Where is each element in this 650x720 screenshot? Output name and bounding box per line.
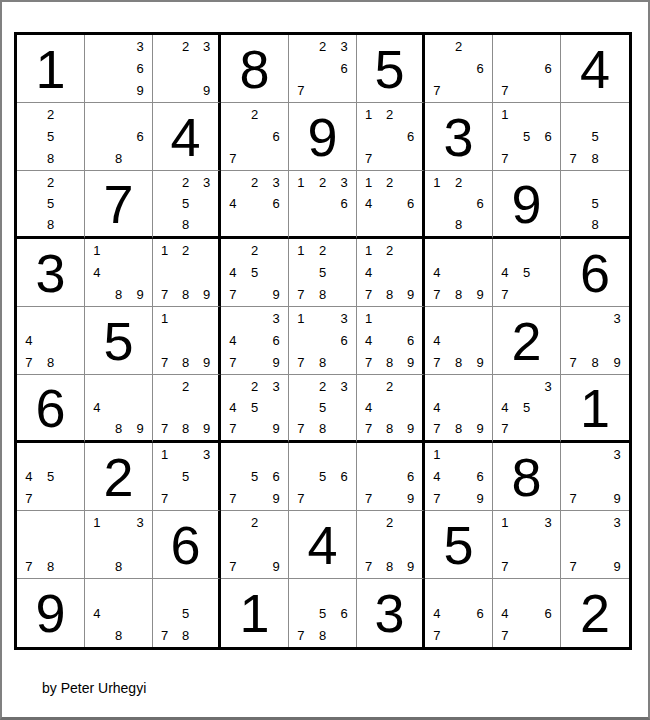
candidate-5: 5 xyxy=(516,397,538,418)
cell-r2c8[interactable]: 1567 xyxy=(493,103,561,171)
empty-mark xyxy=(175,58,196,80)
empty-mark xyxy=(562,512,584,534)
candidate-1: 1 xyxy=(154,444,175,466)
solved-digit: 4 xyxy=(580,42,610,96)
empty-mark xyxy=(244,555,266,577)
empty-mark xyxy=(290,580,312,602)
empty-mark xyxy=(312,79,334,101)
empty-mark xyxy=(108,580,130,602)
empty-mark xyxy=(494,240,516,262)
pencil-marks: 4789 xyxy=(426,376,491,439)
candidate-7: 7 xyxy=(358,351,379,373)
candidate-7: 7 xyxy=(18,351,40,373)
candidate-8: 8 xyxy=(584,147,606,169)
cell-r3c1[interactable]: 258 xyxy=(17,171,85,239)
pencil-marks: 2346 xyxy=(222,172,287,235)
cell-r6c4[interactable]: 234579 xyxy=(221,375,289,443)
cell-r6c8[interactable]: 3457 xyxy=(493,375,561,443)
candidate-6: 6 xyxy=(400,466,421,488)
empty-mark xyxy=(290,330,312,352)
empty-mark xyxy=(400,308,421,330)
empty-mark xyxy=(584,555,606,577)
pencil-marks: 457 xyxy=(494,240,559,305)
candidate-9: 9 xyxy=(400,351,421,373)
candidate-2: 2 xyxy=(244,172,266,193)
pencil-marks: 1236 xyxy=(290,172,355,235)
empty-mark xyxy=(379,534,400,556)
empty-mark xyxy=(562,193,584,214)
empty-mark xyxy=(469,444,491,466)
empty-mark xyxy=(244,308,266,330)
cell-r9c1[interactable]: 9 xyxy=(17,579,85,647)
pencil-marks: 369 xyxy=(86,36,151,101)
empty-mark xyxy=(108,126,130,148)
empty-mark xyxy=(18,172,40,193)
candidate-5: 5 xyxy=(516,126,538,148)
cell-r1c4[interactable]: 8 xyxy=(221,35,289,103)
candidate-3: 3 xyxy=(196,444,217,466)
cell-r4c7[interactable]: 4789 xyxy=(425,239,493,307)
cell-r6c7[interactable]: 4789 xyxy=(425,375,493,443)
empty-mark xyxy=(61,444,83,466)
empty-mark xyxy=(196,602,217,624)
empty-mark xyxy=(562,444,584,466)
empty-mark xyxy=(537,79,559,101)
candidate-8: 8 xyxy=(175,624,196,646)
empty-mark xyxy=(61,147,83,169)
empty-mark xyxy=(196,262,217,284)
candidate-3: 3 xyxy=(333,172,355,193)
empty-mark xyxy=(312,193,334,214)
empty-mark xyxy=(400,214,421,235)
empty-mark xyxy=(516,418,538,439)
empty-mark xyxy=(290,602,312,624)
candidate-7: 7 xyxy=(358,555,379,577)
empty-mark xyxy=(379,262,400,284)
solved-digit: 5 xyxy=(374,42,404,96)
empty-mark xyxy=(18,512,40,534)
cell-r2c9[interactable]: 578 xyxy=(561,103,629,171)
candidate-8: 8 xyxy=(584,214,606,235)
candidate-4: 4 xyxy=(494,397,516,418)
cell-r5c2[interactable]: 5 xyxy=(85,307,153,375)
candidate-9: 9 xyxy=(606,487,628,509)
cell-r1c7[interactable]: 267 xyxy=(425,35,493,103)
candidate-5: 5 xyxy=(244,397,266,418)
pencil-marks: 234579 xyxy=(222,376,287,439)
empty-mark xyxy=(61,330,83,352)
cell-r1c5[interactable]: 2367 xyxy=(289,35,357,103)
cell-r5c6[interactable]: 146789 xyxy=(357,307,425,375)
cell-r8c7[interactable]: 5 xyxy=(425,511,493,579)
cell-r9c3[interactable]: 578 xyxy=(153,579,221,647)
empty-mark xyxy=(108,376,130,397)
solved-digit: 1 xyxy=(239,586,269,640)
cell-r4c5[interactable]: 12578 xyxy=(289,239,357,307)
empty-mark xyxy=(379,466,400,488)
empty-mark xyxy=(265,240,287,262)
cell-r6c9[interactable]: 1 xyxy=(561,375,629,443)
empty-mark xyxy=(108,36,130,58)
cell-r4c9[interactable]: 6 xyxy=(561,239,629,307)
empty-mark xyxy=(290,58,312,80)
cell-r6c1[interactable]: 6 xyxy=(17,375,85,443)
empty-mark xyxy=(244,283,266,305)
candidate-7: 7 xyxy=(290,418,312,439)
candidate-2: 2 xyxy=(40,172,62,193)
cell-r1c2[interactable]: 369 xyxy=(85,35,153,103)
candidate-7: 7 xyxy=(290,624,312,646)
candidate-5: 5 xyxy=(584,126,606,148)
candidate-8: 8 xyxy=(584,351,606,373)
candidate-4: 4 xyxy=(494,262,516,284)
empty-mark xyxy=(175,330,196,352)
cell-r8c4[interactable]: 279 xyxy=(221,511,289,579)
cell-r5c1[interactable]: 478 xyxy=(17,307,85,375)
empty-mark xyxy=(469,262,491,284)
empty-mark xyxy=(86,555,108,577)
candidate-7: 7 xyxy=(290,487,312,509)
candidate-6: 6 xyxy=(469,193,491,214)
empty-mark xyxy=(222,376,244,397)
cell-r3c5[interactable]: 1236 xyxy=(289,171,357,239)
cell-r4c8[interactable]: 457 xyxy=(493,239,561,307)
empty-mark xyxy=(129,147,151,169)
empty-mark xyxy=(61,214,83,235)
empty-mark xyxy=(108,262,130,284)
cell-r9c6[interactable]: 3 xyxy=(357,579,425,647)
candidate-4: 4 xyxy=(426,330,448,352)
candidate-3: 3 xyxy=(537,512,559,534)
empty-mark xyxy=(61,193,83,214)
cell-r6c5[interactable]: 23578 xyxy=(289,375,357,443)
cell-r3c6[interactable]: 1246 xyxy=(357,171,425,239)
empty-mark xyxy=(265,147,287,169)
candidate-9: 9 xyxy=(196,418,217,439)
cell-r3c4[interactable]: 2346 xyxy=(221,171,289,239)
empty-mark xyxy=(606,466,628,488)
candidate-7: 7 xyxy=(426,351,448,373)
candidate-9: 9 xyxy=(196,351,217,373)
empty-mark xyxy=(400,104,421,126)
empty-mark xyxy=(562,104,584,126)
empty-mark xyxy=(562,126,584,148)
candidate-7: 7 xyxy=(222,555,244,577)
empty-mark xyxy=(333,580,355,602)
cell-r7c2[interactable]: 2 xyxy=(85,443,153,511)
candidate-6: 6 xyxy=(537,126,559,148)
cell-r9c8[interactable]: 467 xyxy=(493,579,561,647)
empty-mark xyxy=(448,580,470,602)
candidate-6: 6 xyxy=(333,330,355,352)
cell-r4c1[interactable]: 3 xyxy=(17,239,85,307)
candidate-3: 3 xyxy=(196,172,217,193)
empty-mark xyxy=(154,58,175,80)
cell-r4c6[interactable]: 124789 xyxy=(357,239,425,307)
pencil-marks: 457 xyxy=(18,444,83,509)
empty-mark xyxy=(154,580,175,602)
empty-mark xyxy=(265,444,287,466)
cell-r6c2[interactable]: 489 xyxy=(85,375,153,443)
candidate-8: 8 xyxy=(312,418,334,439)
pencil-marks: 379 xyxy=(562,512,628,577)
cell-r4c3[interactable]: 12789 xyxy=(153,239,221,307)
candidate-5: 5 xyxy=(516,262,538,284)
cell-r3c9[interactable]: 58 xyxy=(561,171,629,239)
candidate-1: 1 xyxy=(290,308,312,330)
candidate-6: 6 xyxy=(333,193,355,214)
candidate-6: 6 xyxy=(265,126,287,148)
empty-mark xyxy=(312,487,334,509)
empty-mark xyxy=(108,602,130,624)
empty-mark xyxy=(400,172,421,193)
empty-mark xyxy=(18,147,40,169)
cell-r9c4[interactable]: 1 xyxy=(221,579,289,647)
empty-mark xyxy=(448,376,470,397)
candidate-6: 6 xyxy=(333,466,355,488)
cell-r3c8[interactable]: 9 xyxy=(493,171,561,239)
empty-mark xyxy=(358,534,379,556)
pencil-marks: 239 xyxy=(154,36,217,101)
candidate-5: 5 xyxy=(312,466,334,488)
empty-mark xyxy=(469,580,491,602)
cell-r1c3[interactable]: 239 xyxy=(153,35,221,103)
cell-r2c3[interactable]: 4 xyxy=(153,103,221,171)
candidate-9: 9 xyxy=(606,555,628,577)
candidate-4: 4 xyxy=(358,193,379,214)
empty-mark xyxy=(516,283,538,305)
cell-r5c7[interactable]: 4789 xyxy=(425,307,493,375)
empty-mark xyxy=(129,397,151,418)
candidate-2: 2 xyxy=(312,240,334,262)
cell-r4c4[interactable]: 24579 xyxy=(221,239,289,307)
empty-mark xyxy=(108,58,130,80)
cell-r9c9[interactable]: 2 xyxy=(561,579,629,647)
empty-mark xyxy=(448,79,470,101)
cell-r2c5[interactable]: 9 xyxy=(289,103,357,171)
candidate-7: 7 xyxy=(426,283,448,305)
candidate-6: 6 xyxy=(265,466,287,488)
pencil-marks: 467 xyxy=(426,580,491,646)
pencil-marks: 48 xyxy=(86,580,151,646)
empty-mark xyxy=(426,214,448,235)
cell-r5c8[interactable]: 2 xyxy=(493,307,561,375)
cell-r5c3[interactable]: 1789 xyxy=(153,307,221,375)
cell-r7c9[interactable]: 379 xyxy=(561,443,629,511)
cell-r3c7[interactable]: 1268 xyxy=(425,171,493,239)
empty-mark xyxy=(494,580,516,602)
pencil-marks: 467 xyxy=(494,580,559,646)
cell-r1c8[interactable]: 67 xyxy=(493,35,561,103)
empty-mark xyxy=(537,104,559,126)
cell-r2c1[interactable]: 258 xyxy=(17,103,85,171)
empty-mark xyxy=(537,580,559,602)
candidate-4: 4 xyxy=(18,330,40,352)
empty-mark xyxy=(584,104,606,126)
empty-mark xyxy=(108,79,130,101)
cell-r1c9[interactable]: 4 xyxy=(561,35,629,103)
cell-r8c8[interactable]: 137 xyxy=(493,511,561,579)
empty-mark xyxy=(426,308,448,330)
candidate-9: 9 xyxy=(265,555,287,577)
candidate-7: 7 xyxy=(494,147,516,169)
candidate-7: 7 xyxy=(222,418,244,439)
cell-r7c3[interactable]: 1357 xyxy=(153,443,221,511)
empty-mark xyxy=(606,534,628,556)
cell-r7c5[interactable]: 567 xyxy=(289,443,357,511)
empty-mark xyxy=(265,397,287,418)
candidate-6: 6 xyxy=(265,330,287,352)
solved-digit: 2 xyxy=(511,314,541,368)
empty-mark xyxy=(358,512,379,534)
cell-r7c1[interactable]: 457 xyxy=(17,443,85,511)
cell-r5c5[interactable]: 13678 xyxy=(289,307,357,375)
candidate-7: 7 xyxy=(290,79,312,101)
candidate-8: 8 xyxy=(379,351,400,373)
candidate-7: 7 xyxy=(494,624,516,646)
empty-mark xyxy=(494,534,516,556)
empty-mark xyxy=(358,376,379,397)
cell-r4c2[interactable]: 1489 xyxy=(85,239,153,307)
empty-mark xyxy=(244,330,266,352)
empty-mark xyxy=(562,308,584,330)
empty-mark xyxy=(537,555,559,577)
solved-digit: 6 xyxy=(35,381,65,435)
empty-mark xyxy=(129,580,151,602)
empty-mark xyxy=(606,104,628,126)
cell-r7c4[interactable]: 5679 xyxy=(221,443,289,511)
candidate-4: 4 xyxy=(494,602,516,624)
cell-r9c2[interactable]: 48 xyxy=(85,579,153,647)
candidate-5: 5 xyxy=(175,602,196,624)
cell-r1c6[interactable]: 5 xyxy=(357,35,425,103)
candidate-8: 8 xyxy=(40,555,62,577)
cell-r7c8[interactable]: 8 xyxy=(493,443,561,511)
candidate-2: 2 xyxy=(244,376,266,397)
empty-mark xyxy=(129,624,151,646)
cell-r8c6[interactable]: 2789 xyxy=(357,511,425,579)
candidate-3: 3 xyxy=(129,512,151,534)
candidate-5: 5 xyxy=(40,466,62,488)
cell-r2c2[interactable]: 68 xyxy=(85,103,153,171)
candidate-2: 2 xyxy=(379,104,400,126)
cell-r2c6[interactable]: 1267 xyxy=(357,103,425,171)
cell-r2c4[interactable]: 267 xyxy=(221,103,289,171)
candidate-8: 8 xyxy=(312,283,334,305)
cell-r8c9[interactable]: 379 xyxy=(561,511,629,579)
candidate-5: 5 xyxy=(244,466,266,488)
cell-r9c7[interactable]: 467 xyxy=(425,579,493,647)
empty-mark xyxy=(562,330,584,352)
empty-mark xyxy=(494,58,516,80)
empty-mark xyxy=(265,214,287,235)
candidate-7: 7 xyxy=(222,147,244,169)
empty-mark xyxy=(379,147,400,169)
cell-r5c4[interactable]: 34679 xyxy=(221,307,289,375)
cell-r7c7[interactable]: 14679 xyxy=(425,443,493,511)
cell-r8c5[interactable]: 4 xyxy=(289,511,357,579)
empty-mark xyxy=(18,534,40,556)
cell-r1c1[interactable]: 1 xyxy=(17,35,85,103)
cell-r8c2[interactable]: 138 xyxy=(85,511,153,579)
empty-mark xyxy=(516,602,538,624)
pencil-marks: 4789 xyxy=(426,240,491,305)
cell-r9c5[interactable]: 5678 xyxy=(289,579,357,647)
empty-mark xyxy=(426,193,448,214)
candidate-2: 2 xyxy=(175,376,196,397)
candidate-7: 7 xyxy=(494,79,516,101)
cell-r7c6[interactable]: 679 xyxy=(357,443,425,511)
empty-mark xyxy=(61,308,83,330)
empty-mark xyxy=(222,172,244,193)
pencil-marks: 24579 xyxy=(222,240,287,305)
empty-mark xyxy=(196,624,217,646)
candidate-6: 6 xyxy=(400,193,421,214)
candidate-4: 4 xyxy=(426,262,448,284)
empty-mark xyxy=(61,172,83,193)
empty-mark xyxy=(265,262,287,284)
empty-mark xyxy=(196,330,217,352)
empty-mark xyxy=(516,240,538,262)
empty-mark xyxy=(358,444,379,466)
empty-mark xyxy=(154,214,175,235)
empty-mark xyxy=(312,444,334,466)
empty-mark xyxy=(129,104,151,126)
cell-r3c2[interactable]: 7 xyxy=(85,171,153,239)
empty-mark xyxy=(469,330,491,352)
empty-mark xyxy=(448,58,470,80)
empty-mark xyxy=(312,330,334,352)
candidate-4: 4 xyxy=(426,397,448,418)
candidate-9: 9 xyxy=(400,487,421,509)
empty-mark xyxy=(400,240,421,262)
empty-mark xyxy=(61,351,83,373)
candidate-9: 9 xyxy=(400,283,421,305)
cell-r6c3[interactable]: 2789 xyxy=(153,375,221,443)
cell-r2c7[interactable]: 3 xyxy=(425,103,493,171)
empty-mark xyxy=(244,534,266,556)
pencil-marks: 578 xyxy=(154,580,217,646)
cell-r3c3[interactable]: 2358 xyxy=(153,171,221,239)
candidate-3: 3 xyxy=(606,444,628,466)
cell-r8c1[interactable]: 78 xyxy=(17,511,85,579)
pencil-marks: 4789 xyxy=(426,308,491,373)
empty-mark xyxy=(469,240,491,262)
candidate-4: 4 xyxy=(358,330,379,352)
empty-mark xyxy=(86,283,108,305)
cell-r5c9[interactable]: 3789 xyxy=(561,307,629,375)
pencil-marks: 258 xyxy=(18,172,83,235)
empty-mark xyxy=(379,308,400,330)
empty-mark xyxy=(244,193,266,214)
pencil-marks: 5679 xyxy=(222,444,287,509)
empty-mark xyxy=(537,397,559,418)
empty-mark xyxy=(18,126,40,148)
pencil-marks: 124789 xyxy=(358,240,421,305)
candidate-2: 2 xyxy=(244,104,266,126)
solved-digit: 1 xyxy=(580,381,610,435)
candidate-8: 8 xyxy=(448,418,470,439)
cell-r8c3[interactable]: 6 xyxy=(153,511,221,579)
cell-r6c6[interactable]: 24789 xyxy=(357,375,425,443)
candidate-7: 7 xyxy=(154,418,175,439)
empty-mark xyxy=(516,534,538,556)
empty-mark xyxy=(175,308,196,330)
candidate-1: 1 xyxy=(494,104,516,126)
pencil-marks: 2789 xyxy=(358,512,421,577)
empty-mark xyxy=(448,466,470,488)
candidate-9: 9 xyxy=(129,283,151,305)
